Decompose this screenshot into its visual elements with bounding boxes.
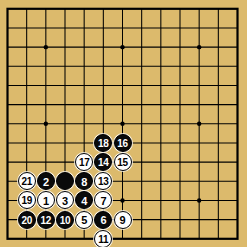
go-stone-white: 11 [94, 230, 112, 247]
go-stone-white: 13 [94, 172, 112, 190]
go-diagram: 123456789101112131415161718192021 [0, 0, 247, 247]
go-stone-black [56, 172, 74, 190]
move-number: 12 [41, 215, 52, 225]
move-number: 3 [62, 195, 68, 206]
go-stone-black: 20 [18, 211, 36, 229]
go-stone-white: 3 [56, 191, 74, 209]
go-stone-black: 8 [75, 172, 93, 190]
stones-layer: 123456789101112131415161718192021 [0, 0, 247, 247]
move-number: 2 [43, 176, 49, 187]
go-stone-black: 14 [94, 153, 112, 171]
go-stone-white: 19 [18, 191, 36, 209]
go-stone-white: 5 [75, 211, 93, 229]
move-number: 1 [43, 195, 49, 206]
move-number: 15 [117, 158, 128, 168]
move-number: 21 [21, 177, 32, 187]
move-number: 13 [98, 177, 109, 187]
go-stone-black: 6 [94, 211, 112, 229]
go-stone-white: 1 [37, 191, 55, 209]
go-stone-black: 2 [37, 172, 55, 190]
move-number: 19 [21, 196, 32, 206]
move-number: 7 [100, 195, 106, 206]
move-number: 16 [117, 138, 128, 148]
move-number: 20 [21, 215, 32, 225]
go-stone-white: 21 [18, 172, 36, 190]
move-number: 14 [98, 158, 109, 168]
move-number: 9 [120, 215, 126, 226]
move-number: 18 [98, 138, 109, 148]
move-number: 17 [79, 158, 90, 168]
go-stone-black: 10 [56, 211, 74, 229]
move-number: 6 [100, 215, 106, 226]
go-stone-white: 7 [94, 191, 112, 209]
go-stone-white: 15 [114, 153, 132, 171]
go-stone-black: 18 [94, 134, 112, 152]
move-number: 4 [81, 195, 87, 206]
move-number: 8 [81, 176, 87, 187]
go-stone-black: 16 [114, 134, 132, 152]
go-stone-black: 4 [75, 191, 93, 209]
move-number: 5 [81, 215, 87, 226]
go-stone-black: 12 [37, 211, 55, 229]
move-number: 10 [60, 215, 71, 225]
go-stone-white: 17 [75, 153, 93, 171]
move-number: 11 [98, 234, 108, 244]
go-stone-white: 9 [114, 211, 132, 229]
